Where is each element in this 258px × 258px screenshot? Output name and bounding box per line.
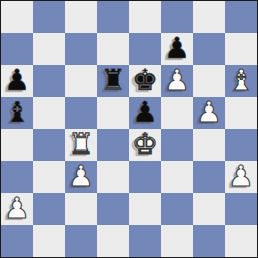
square-e5[interactable]: ♟ (129, 97, 161, 129)
square-a8[interactable] (1, 1, 33, 33)
square-h7[interactable] (225, 33, 257, 65)
square-b5[interactable] (33, 97, 65, 129)
square-e8[interactable] (129, 1, 161, 33)
white-pawn-piece[interactable]: ♟ (228, 162, 254, 191)
black-bishop-piece[interactable]: ♝ (4, 98, 30, 127)
square-g5[interactable]: ♟ (193, 97, 225, 129)
square-h5[interactable] (225, 97, 257, 129)
chess-board: ♟♟♜♚♟♝♝♟♟♜♚♟♟♟ (0, 0, 258, 258)
square-a6[interactable]: ♟ (1, 65, 33, 97)
square-a4[interactable] (1, 129, 33, 161)
square-f2[interactable] (161, 193, 193, 225)
black-rook-piece[interactable]: ♜ (100, 66, 126, 95)
black-pawn-piece[interactable]: ♟ (132, 98, 158, 127)
square-h3[interactable]: ♟ (225, 161, 257, 193)
square-a5[interactable]: ♝ (1, 97, 33, 129)
square-g3[interactable] (193, 161, 225, 193)
square-d6[interactable]: ♜ (97, 65, 129, 97)
square-e2[interactable] (129, 193, 161, 225)
square-c3[interactable]: ♟ (65, 161, 97, 193)
square-g6[interactable] (193, 65, 225, 97)
square-f4[interactable] (161, 129, 193, 161)
square-e4[interactable]: ♚ (129, 129, 161, 161)
square-f7[interactable]: ♟ (161, 33, 193, 65)
square-c1[interactable] (65, 225, 97, 257)
square-c2[interactable] (65, 193, 97, 225)
square-f5[interactable] (161, 97, 193, 129)
square-d2[interactable] (97, 193, 129, 225)
square-a7[interactable] (1, 33, 33, 65)
square-c8[interactable] (65, 1, 97, 33)
square-b4[interactable] (33, 129, 65, 161)
black-pawn-piece[interactable]: ♟ (164, 34, 190, 63)
square-c5[interactable] (65, 97, 97, 129)
square-b7[interactable] (33, 33, 65, 65)
white-pawn-piece[interactable]: ♟ (4, 194, 30, 223)
square-b1[interactable] (33, 225, 65, 257)
square-h6[interactable]: ♝ (225, 65, 257, 97)
square-f3[interactable] (161, 161, 193, 193)
square-a2[interactable]: ♟ (1, 193, 33, 225)
square-f1[interactable] (161, 225, 193, 257)
square-g4[interactable] (193, 129, 225, 161)
square-h4[interactable] (225, 129, 257, 161)
square-g8[interactable] (193, 1, 225, 33)
square-b2[interactable] (33, 193, 65, 225)
square-c6[interactable] (65, 65, 97, 97)
black-king-piece[interactable]: ♚ (132, 66, 158, 95)
white-king-piece[interactable]: ♚ (132, 130, 158, 159)
white-rook-piece[interactable]: ♜ (68, 130, 94, 159)
square-e1[interactable] (129, 225, 161, 257)
white-pawn-piece[interactable]: ♟ (164, 66, 190, 95)
square-d3[interactable] (97, 161, 129, 193)
square-g7[interactable] (193, 33, 225, 65)
square-h2[interactable] (225, 193, 257, 225)
square-f8[interactable] (161, 1, 193, 33)
square-f6[interactable]: ♟ (161, 65, 193, 97)
square-e7[interactable] (129, 33, 161, 65)
black-pawn-piece[interactable]: ♟ (4, 66, 30, 95)
square-e6[interactable]: ♚ (129, 65, 161, 97)
square-e3[interactable] (129, 161, 161, 193)
square-b8[interactable] (33, 1, 65, 33)
square-d4[interactable] (97, 129, 129, 161)
white-pawn-piece[interactable]: ♟ (68, 162, 94, 191)
square-c7[interactable] (65, 33, 97, 65)
square-a3[interactable] (1, 161, 33, 193)
square-d1[interactable] (97, 225, 129, 257)
square-g2[interactable] (193, 193, 225, 225)
square-h8[interactable] (225, 1, 257, 33)
white-bishop-piece[interactable]: ♝ (228, 66, 254, 95)
square-b3[interactable] (33, 161, 65, 193)
square-c4[interactable]: ♜ (65, 129, 97, 161)
square-d5[interactable] (97, 97, 129, 129)
square-a1[interactable] (1, 225, 33, 257)
square-d7[interactable] (97, 33, 129, 65)
square-g1[interactable] (193, 225, 225, 257)
square-d8[interactable] (97, 1, 129, 33)
square-h1[interactable] (225, 225, 257, 257)
white-pawn-piece[interactable]: ♟ (196, 98, 222, 127)
square-b6[interactable] (33, 65, 65, 97)
